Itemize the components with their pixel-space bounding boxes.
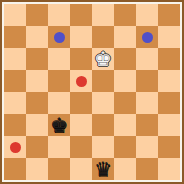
square-a6[interactable]: [4, 48, 26, 70]
red-marker-dot: [76, 76, 87, 87]
square-f5[interactable]: [114, 70, 136, 92]
square-b5[interactable]: [26, 70, 48, 92]
square-c8[interactable]: [48, 4, 70, 26]
square-g4[interactable]: [136, 92, 158, 114]
black-king[interactable]: ♚: [48, 114, 70, 136]
square-b1[interactable]: [26, 158, 48, 180]
square-e2[interactable]: [92, 136, 114, 158]
square-h1[interactable]: [158, 158, 180, 180]
square-c6[interactable]: [48, 48, 70, 70]
square-g8[interactable]: [136, 4, 158, 26]
square-c4[interactable]: [48, 92, 70, 114]
square-d6[interactable]: [70, 48, 92, 70]
square-c5[interactable]: [48, 70, 70, 92]
square-e8[interactable]: [92, 4, 114, 26]
square-f3[interactable]: [114, 114, 136, 136]
blue-marker-dot: [142, 32, 153, 43]
black-queen[interactable]: ♛: [92, 158, 114, 180]
square-e5[interactable]: [92, 70, 114, 92]
square-h8[interactable]: [158, 4, 180, 26]
square-d3[interactable]: [70, 114, 92, 136]
square-g7[interactable]: [136, 26, 158, 48]
square-a7[interactable]: [4, 26, 26, 48]
square-b8[interactable]: [26, 4, 48, 26]
square-g3[interactable]: [136, 114, 158, 136]
square-f2[interactable]: [114, 136, 136, 158]
square-h7[interactable]: [158, 26, 180, 48]
square-e3[interactable]: [92, 114, 114, 136]
square-d2[interactable]: [70, 136, 92, 158]
square-c1[interactable]: [48, 158, 70, 180]
white-king[interactable]: ♚: [92, 48, 114, 70]
square-a4[interactable]: [4, 92, 26, 114]
square-a1[interactable]: [4, 158, 26, 180]
square-e7[interactable]: [92, 26, 114, 48]
red-marker-dot: [10, 142, 21, 153]
square-b4[interactable]: [26, 92, 48, 114]
square-b2[interactable]: [26, 136, 48, 158]
square-d7[interactable]: [70, 26, 92, 48]
square-a8[interactable]: [4, 4, 26, 26]
square-f4[interactable]: [114, 92, 136, 114]
square-a3[interactable]: [4, 114, 26, 136]
square-e6[interactable]: ♚: [92, 48, 114, 70]
square-a5[interactable]: [4, 70, 26, 92]
square-e4[interactable]: [92, 92, 114, 114]
square-g6[interactable]: [136, 48, 158, 70]
blue-marker-dot: [54, 32, 65, 43]
square-h6[interactable]: [158, 48, 180, 70]
square-f1[interactable]: [114, 158, 136, 180]
chess-board[interactable]: ♚♚♛: [4, 4, 180, 180]
square-h4[interactable]: [158, 92, 180, 114]
square-g5[interactable]: [136, 70, 158, 92]
square-g1[interactable]: [136, 158, 158, 180]
square-d4[interactable]: [70, 92, 92, 114]
square-b3[interactable]: [26, 114, 48, 136]
square-h2[interactable]: [158, 136, 180, 158]
square-f7[interactable]: [114, 26, 136, 48]
board-frame: ♚♚♛: [0, 0, 184, 184]
square-d5[interactable]: [70, 70, 92, 92]
square-f6[interactable]: [114, 48, 136, 70]
square-c2[interactable]: [48, 136, 70, 158]
square-d8[interactable]: [70, 4, 92, 26]
square-b7[interactable]: [26, 26, 48, 48]
square-c3[interactable]: ♚: [48, 114, 70, 136]
square-e1[interactable]: ♛: [92, 158, 114, 180]
square-h3[interactable]: [158, 114, 180, 136]
square-a2[interactable]: [4, 136, 26, 158]
square-h5[interactable]: [158, 70, 180, 92]
board-inner-border: ♚♚♛: [2, 2, 182, 182]
square-g2[interactable]: [136, 136, 158, 158]
square-d1[interactable]: [70, 158, 92, 180]
square-f8[interactable]: [114, 4, 136, 26]
square-c7[interactable]: [48, 26, 70, 48]
square-b6[interactable]: [26, 48, 48, 70]
